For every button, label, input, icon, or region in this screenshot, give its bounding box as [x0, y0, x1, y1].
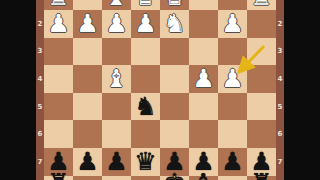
black-knight-d5: ♞ — [134, 94, 156, 119]
square-a8: ♜ — [44, 176, 73, 180]
square-d6 — [131, 120, 160, 148]
square-a4 — [44, 65, 73, 93]
black-pawn-c7: ♟ — [105, 149, 127, 174]
white-pawn-c2: ♟ — [105, 11, 127, 36]
letterbox-left — [0, 0, 36, 180]
square-g4: ♟ — [218, 65, 247, 93]
square-e5 — [160, 93, 189, 121]
rank-label-5: 5 — [36, 103, 44, 110]
black-king-e8: ♚ — [163, 170, 185, 180]
letterbox-right — [284, 0, 320, 180]
square-a6 — [44, 120, 73, 148]
square-h3 — [247, 38, 276, 66]
square-g5 — [218, 93, 247, 121]
square-e4 — [160, 65, 189, 93]
square-h1: ♜ — [247, 0, 276, 10]
square-g3 — [218, 38, 247, 66]
square-f3 — [189, 38, 218, 66]
rank-label-7: 7 — [276, 158, 284, 165]
square-d4 — [131, 65, 160, 93]
white-bishop-c1: ♝ — [105, 0, 127, 9]
black-bishop-f8: ♝ — [192, 170, 214, 180]
square-b7: ♟ — [73, 148, 102, 176]
board-frame-left: 1234567 — [36, 0, 44, 180]
white-rook-h1: ♜ — [250, 0, 272, 9]
square-f1 — [189, 0, 218, 10]
square-e3 — [160, 38, 189, 66]
square-h8: ♜ — [247, 176, 276, 180]
white-queen-d1: ♛ — [134, 0, 156, 9]
white-pawn-g2: ♟ — [221, 11, 243, 36]
black-queen-d7: ♛ — [134, 149, 156, 174]
rank-label-2: 2 — [276, 20, 284, 27]
rank-label-3: 3 — [276, 48, 284, 55]
rank-label-2: 2 — [36, 20, 44, 27]
white-pawn-b2: ♟ — [76, 11, 98, 36]
white-pawn-f4: ♟ — [192, 66, 214, 91]
square-f4: ♟ — [189, 65, 218, 93]
square-b8 — [73, 176, 102, 180]
black-pawn-b7: ♟ — [76, 149, 98, 174]
square-h2 — [247, 10, 276, 38]
rank-label-4: 4 — [276, 76, 284, 83]
black-pawn-g7: ♟ — [221, 149, 243, 174]
square-h5 — [247, 93, 276, 121]
black-rook-h8: ♜ — [250, 170, 272, 180]
rank-label-4: 4 — [36, 76, 44, 83]
white-bishop-c4: ♝ — [105, 66, 127, 91]
square-a5 — [44, 93, 73, 121]
square-a2: ♟ — [44, 10, 73, 38]
square-f6 — [189, 120, 218, 148]
square-h6 — [247, 120, 276, 148]
white-king-e1: ♚ — [163, 0, 185, 9]
square-d3 — [131, 38, 160, 66]
square-c8 — [102, 176, 131, 180]
square-e8: ♚ — [160, 176, 189, 180]
white-pawn-g4: ♟ — [221, 66, 243, 91]
square-f2 — [189, 10, 218, 38]
square-b4 — [73, 65, 102, 93]
white-pawn-a2: ♟ — [47, 11, 69, 36]
white-pawn-d2: ♟ — [134, 11, 156, 36]
square-b6 — [73, 120, 102, 148]
square-e6 — [160, 120, 189, 148]
square-c5 — [102, 93, 131, 121]
square-c7: ♟ — [102, 148, 131, 176]
square-g8 — [218, 176, 247, 180]
square-f8: ♝ — [189, 176, 218, 180]
black-rook-a8: ♜ — [47, 170, 69, 180]
square-g6 — [218, 120, 247, 148]
square-a3 — [44, 38, 73, 66]
rank-label-5: 5 — [276, 103, 284, 110]
square-b2: ♟ — [73, 10, 102, 38]
white-knight-e2: ♞ — [163, 11, 185, 36]
square-f5 — [189, 93, 218, 121]
square-b5 — [73, 93, 102, 121]
rank-label-3: 3 — [36, 48, 44, 55]
white-rook-a1: ♜ — [47, 0, 69, 9]
square-g7: ♟ — [218, 148, 247, 176]
board-frame-right: 1234567 — [276, 0, 284, 180]
board: ♜♝♛♚♜♟♟♟♟♞♟♝♟♟♞♟♟♟♛♟♟♟♟♜♚♝♜ — [44, 0, 276, 180]
square-c3 — [102, 38, 131, 66]
video-frame: ♜♝♛♚♜♟♟♟♟♞♟♝♟♟♞♟♟♟♛♟♟♟♟♜♚♝♜ 1234567 1234… — [0, 0, 320, 180]
square-c2: ♟ — [102, 10, 131, 38]
rank-label-6: 6 — [36, 131, 44, 138]
rank-label-6: 6 — [276, 131, 284, 138]
square-b3 — [73, 38, 102, 66]
square-d8 — [131, 176, 160, 180]
square-c6 — [102, 120, 131, 148]
square-h4 — [247, 65, 276, 93]
square-d2: ♟ — [131, 10, 160, 38]
square-d5: ♞ — [131, 93, 160, 121]
square-e2: ♞ — [160, 10, 189, 38]
square-c4: ♝ — [102, 65, 131, 93]
rank-label-7: 7 — [36, 158, 44, 165]
square-g2: ♟ — [218, 10, 247, 38]
square-d7: ♛ — [131, 148, 160, 176]
